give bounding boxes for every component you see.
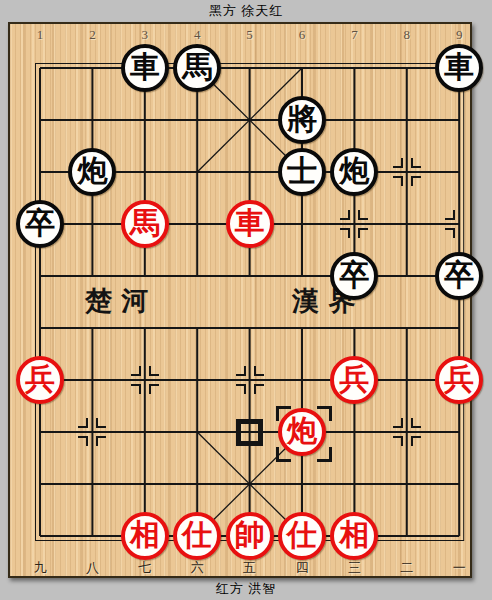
piece-red-soldier[interactable]: 兵 (16, 356, 64, 404)
top-coord-2: 2 (66, 27, 118, 43)
piece-glyph: 馬 (182, 52, 212, 82)
piece-glyph: 卒 (25, 208, 55, 238)
board-cells: 車馬車將炮士炮卒馬車卒卒兵兵兵炮相仕帥仕相 (14, 42, 486, 562)
piece-red-chariot[interactable]: 車 (226, 200, 274, 248)
app-window: 黑方 徐天红 123456789 九八七六五四三二一 楚 河 漢 界 車馬車將炮… (0, 0, 492, 600)
piece-glyph: 車 (130, 52, 160, 82)
piece-glyph: 士 (287, 156, 317, 186)
piece-black-advisor[interactable]: 士 (278, 148, 326, 196)
piece-black-horse[interactable]: 馬 (173, 44, 221, 92)
top-coord-6: 6 (276, 27, 328, 43)
point-marker (392, 157, 422, 187)
bottom-coord-2: 八 (66, 560, 118, 576)
bottom-coord-5: 五 (224, 560, 276, 576)
bottom-coord-9: 一 (433, 560, 485, 576)
piece-glyph: 將 (287, 104, 317, 134)
piece-glyph: 仕 (287, 520, 317, 550)
red-player-label: 红方 洪智 (0, 578, 492, 600)
piece-glyph: 炮 (339, 156, 369, 186)
xiangqi-board[interactable]: 123456789 九八七六五四三二一 楚 河 漢 界 車馬車將炮士炮卒馬車卒卒… (8, 22, 472, 578)
piece-glyph: 兵 (444, 364, 474, 394)
piece-glyph: 仕 (182, 520, 212, 550)
piece-black-soldier[interactable]: 卒 (16, 200, 64, 248)
piece-glyph: 車 (444, 52, 474, 82)
top-coord-9: 9 (433, 27, 485, 43)
point-marker (130, 365, 160, 395)
top-coord-4: 4 (171, 27, 223, 43)
top-coord-1: 1 (14, 27, 66, 43)
piece-red-general[interactable]: 帥 (226, 512, 274, 560)
black-player-label: 黑方 徐天红 (0, 0, 492, 22)
piece-black-chariot[interactable]: 車 (121, 44, 169, 92)
piece-red-advisor[interactable]: 仕 (278, 512, 326, 560)
top-coord-8: 8 (381, 27, 433, 43)
piece-red-elephant[interactable]: 相 (121, 512, 169, 560)
piece-red-cannon[interactable]: 炮 (278, 408, 326, 456)
point-marker (339, 209, 369, 239)
piece-glyph: 炮 (287, 416, 317, 446)
piece-red-soldier[interactable]: 兵 (435, 356, 483, 404)
bottom-coord-4: 六 (171, 560, 223, 576)
piece-glyph: 馬 (130, 208, 160, 238)
piece-red-horse[interactable]: 馬 (121, 200, 169, 248)
bottom-coord-8: 二 (381, 560, 433, 576)
piece-black-soldier[interactable]: 卒 (330, 252, 378, 300)
piece-glyph: 炮 (77, 156, 107, 186)
top-coord-5: 5 (224, 27, 276, 43)
piece-glyph: 卒 (444, 260, 474, 290)
top-coord-7: 7 (328, 27, 380, 43)
piece-red-advisor[interactable]: 仕 (173, 512, 221, 560)
piece-glyph: 卒 (339, 260, 369, 290)
piece-red-soldier[interactable]: 兵 (330, 356, 378, 404)
bottom-coord-6: 四 (276, 560, 328, 576)
point-marker (392, 417, 422, 447)
piece-black-cannon[interactable]: 炮 (68, 148, 116, 196)
last-move-from-indicator (236, 419, 263, 446)
piece-glyph: 兵 (25, 364, 55, 394)
piece-glyph: 相 (130, 520, 160, 550)
bottom-coord-3: 七 (119, 560, 171, 576)
piece-black-cannon[interactable]: 炮 (330, 148, 378, 196)
piece-black-general[interactable]: 將 (278, 96, 326, 144)
piece-glyph: 兵 (339, 364, 369, 394)
top-coord-3: 3 (119, 27, 171, 43)
bottom-coord-1: 九 (14, 560, 66, 576)
piece-glyph: 車 (235, 208, 265, 238)
piece-black-soldier[interactable]: 卒 (435, 252, 483, 300)
piece-black-chariot[interactable]: 車 (435, 44, 483, 92)
piece-red-elephant[interactable]: 相 (330, 512, 378, 560)
point-marker (77, 417, 107, 447)
piece-glyph: 帥 (235, 520, 265, 550)
piece-glyph: 相 (339, 520, 369, 550)
bottom-coord-7: 三 (328, 560, 380, 576)
point-marker (444, 209, 474, 239)
point-marker (235, 365, 265, 395)
